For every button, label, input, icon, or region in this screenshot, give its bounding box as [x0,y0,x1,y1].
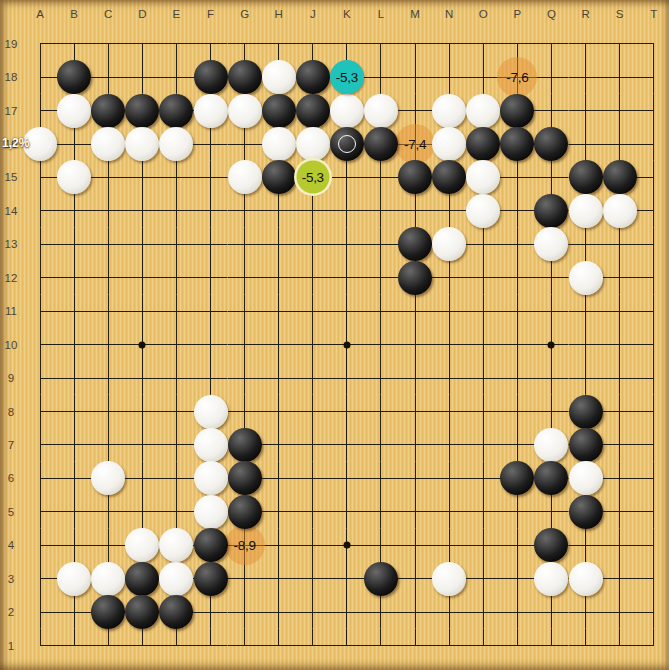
intersection-K3[interactable] [330,562,364,595]
intersection-T5[interactable] [637,495,669,528]
intersection-O19[interactable] [466,27,500,60]
intersection-T2[interactable] [637,595,669,628]
intersection-K15[interactable] [330,161,364,194]
intersection-D9[interactable] [125,361,159,394]
intersection-H18[interactable] [262,60,296,93]
intersection-R12[interactable] [569,261,603,294]
intersection-P8[interactable] [500,395,534,428]
intersection-J8[interactable] [296,395,330,428]
intersection-F2[interactable] [193,595,227,628]
intersection-G17[interactable] [228,94,262,127]
intersection-E8[interactable] [159,395,193,428]
intersection-B12[interactable] [57,261,91,294]
intersection-G6[interactable] [228,462,262,495]
intersection-B16[interactable] [57,127,91,160]
intersection-S17[interactable] [603,94,637,127]
intersection-Q9[interactable] [534,361,568,394]
intersection-D4[interactable] [125,529,159,562]
intersection-D13[interactable] [125,228,159,261]
intersection-M13[interactable] [398,228,432,261]
intersection-H8[interactable] [262,395,296,428]
intersection-O8[interactable] [466,395,500,428]
intersection-A17[interactable] [23,94,57,127]
intersection-L12[interactable] [364,261,398,294]
intersection-P11[interactable] [500,295,534,328]
intersection-G11[interactable] [228,295,262,328]
intersection-S1[interactable] [603,629,637,662]
intersection-A15[interactable] [23,161,57,194]
intersection-Q2[interactable] [534,595,568,628]
intersection-B4[interactable] [57,529,91,562]
intersection-A4[interactable] [23,529,57,562]
intersection-N3[interactable] [432,562,466,595]
intersection-E9[interactable] [159,361,193,394]
intersection-N18[interactable] [432,60,466,93]
intersection-K9[interactable] [330,361,364,394]
intersection-J19[interactable] [296,27,330,60]
intersection-G16[interactable] [228,127,262,160]
intersection-G4[interactable]: -8,9 [228,529,262,562]
intersection-S3[interactable] [603,562,637,595]
intersection-T19[interactable] [637,27,669,60]
intersection-J6[interactable] [296,462,330,495]
intersection-O13[interactable] [466,228,500,261]
intersection-Q12[interactable] [534,261,568,294]
intersection-L11[interactable] [364,295,398,328]
intersection-T16[interactable] [637,127,669,160]
intersection-H9[interactable] [262,361,296,394]
intersection-B7[interactable] [57,428,91,461]
intersection-J3[interactable] [296,562,330,595]
intersection-C17[interactable] [91,94,125,127]
intersection-T18[interactable] [637,60,669,93]
intersection-P6[interactable] [500,462,534,495]
intersection-O1[interactable] [466,629,500,662]
intersection-O6[interactable] [466,462,500,495]
intersection-C12[interactable] [91,261,125,294]
intersection-L5[interactable] [364,495,398,528]
intersection-F15[interactable] [193,161,227,194]
intersection-F18[interactable] [193,60,227,93]
intersection-G3[interactable] [228,562,262,595]
intersection-G14[interactable] [228,194,262,227]
intersection-P14[interactable] [500,194,534,227]
intersection-A14[interactable] [23,194,57,227]
intersection-R3[interactable] [569,562,603,595]
intersection-A3[interactable] [23,562,57,595]
intersection-R8[interactable] [569,395,603,428]
intersection-Q18[interactable] [534,60,568,93]
intersection-K4[interactable] [330,529,364,562]
intersection-H3[interactable] [262,562,296,595]
intersection-T4[interactable] [637,529,669,562]
intersection-M5[interactable] [398,495,432,528]
intersection-Q19[interactable] [534,27,568,60]
intersection-C7[interactable] [91,428,125,461]
intersection-K17[interactable] [330,94,364,127]
intersection-L2[interactable] [364,595,398,628]
intersection-T9[interactable] [637,361,669,394]
candidate-move-M16[interactable]: -7,4 [395,124,435,164]
intersection-B13[interactable] [57,228,91,261]
intersection-K7[interactable] [330,428,364,461]
intersection-K1[interactable] [330,629,364,662]
intersection-J12[interactable] [296,261,330,294]
intersection-J15[interactable]: -5,3 [296,161,330,194]
intersection-M4[interactable] [398,529,432,562]
intersection-R13[interactable] [569,228,603,261]
intersection-D6[interactable] [125,462,159,495]
intersection-J14[interactable] [296,194,330,227]
intersection-R7[interactable] [569,428,603,461]
intersection-S14[interactable] [603,194,637,227]
intersection-E13[interactable] [159,228,193,261]
intersection-J16[interactable] [296,127,330,160]
intersection-Q1[interactable] [534,629,568,662]
intersection-N19[interactable] [432,27,466,60]
intersection-P13[interactable] [500,228,534,261]
intersection-S18[interactable] [603,60,637,93]
intersection-D3[interactable] [125,562,159,595]
intersection-P7[interactable] [500,428,534,461]
intersection-K18[interactable]: -5,3 [330,60,364,93]
intersection-R1[interactable] [569,629,603,662]
intersection-N14[interactable] [432,194,466,227]
intersection-R11[interactable] [569,295,603,328]
intersection-D14[interactable] [125,194,159,227]
intersection-P9[interactable] [500,361,534,394]
intersection-C11[interactable] [91,295,125,328]
intersection-D1[interactable] [125,629,159,662]
intersection-O10[interactable] [466,328,500,361]
intersection-J4[interactable] [296,529,330,562]
intersection-R10[interactable] [569,328,603,361]
intersection-M12[interactable] [398,261,432,294]
intersection-Q17[interactable] [534,94,568,127]
intersection-C18[interactable] [91,60,125,93]
intersection-S5[interactable] [603,495,637,528]
intersection-S13[interactable] [603,228,637,261]
intersection-O11[interactable] [466,295,500,328]
intersection-Q4[interactable] [534,529,568,562]
intersection-G19[interactable] [228,27,262,60]
intersection-L16[interactable] [364,127,398,160]
intersection-P3[interactable] [500,562,534,595]
intersection-E5[interactable] [159,495,193,528]
intersection-S8[interactable] [603,395,637,428]
intersection-L1[interactable] [364,629,398,662]
intersection-M14[interactable] [398,194,432,227]
intersection-B8[interactable] [57,395,91,428]
intersection-H11[interactable] [262,295,296,328]
intersection-N4[interactable] [432,529,466,562]
intersection-O9[interactable] [466,361,500,394]
intersection-R5[interactable] [569,495,603,528]
intersection-C19[interactable] [91,27,125,60]
intersection-G13[interactable] [228,228,262,261]
intersection-O17[interactable] [466,94,500,127]
intersection-H10[interactable] [262,328,296,361]
intersection-T13[interactable] [637,228,669,261]
intersection-T14[interactable] [637,194,669,227]
intersection-Q7[interactable] [534,428,568,461]
candidate-move-J15[interactable]: -5,3 [296,161,329,194]
intersection-E4[interactable] [159,529,193,562]
intersection-B9[interactable] [57,361,91,394]
intersection-P18[interactable]: -7,6 [500,60,534,93]
candidate-move-G4[interactable]: -8,9 [225,525,265,565]
intersection-S16[interactable] [603,127,637,160]
intersection-N15[interactable] [432,161,466,194]
intersection-L18[interactable] [364,60,398,93]
intersection-S6[interactable] [603,462,637,495]
intersection-B10[interactable] [57,328,91,361]
intersection-M7[interactable] [398,428,432,461]
intersection-S4[interactable] [603,529,637,562]
intersection-G9[interactable] [228,361,262,394]
intersection-P16[interactable] [500,127,534,160]
intersection-C9[interactable] [91,361,125,394]
intersection-H19[interactable] [262,27,296,60]
intersection-A1[interactable] [23,629,57,662]
intersection-M16[interactable]: -7,4 [398,127,432,160]
intersection-K14[interactable] [330,194,364,227]
intersection-Q10[interactable] [534,328,568,361]
intersection-Q8[interactable] [534,395,568,428]
intersection-F7[interactable] [193,428,227,461]
intersection-M1[interactable] [398,629,432,662]
intersection-B5[interactable] [57,495,91,528]
intersection-T12[interactable] [637,261,669,294]
intersection-N13[interactable] [432,228,466,261]
intersection-M8[interactable] [398,395,432,428]
intersection-Q14[interactable] [534,194,568,227]
intersection-R6[interactable] [569,462,603,495]
intersection-R18[interactable] [569,60,603,93]
intersection-H16[interactable] [262,127,296,160]
intersection-K6[interactable] [330,462,364,495]
intersection-B3[interactable] [57,562,91,595]
intersection-C15[interactable] [91,161,125,194]
candidate-move-P18[interactable]: -7,6 [497,57,537,97]
intersection-D16[interactable] [125,127,159,160]
intersection-G18[interactable] [228,60,262,93]
intersection-T17[interactable] [637,94,669,127]
intersection-F6[interactable] [193,462,227,495]
intersection-H2[interactable] [262,595,296,628]
intersection-C4[interactable] [91,529,125,562]
intersection-B17[interactable] [57,94,91,127]
intersection-F1[interactable] [193,629,227,662]
intersection-B6[interactable] [57,462,91,495]
intersection-T10[interactable] [637,328,669,361]
intersection-R4[interactable] [569,529,603,562]
intersection-K2[interactable] [330,595,364,628]
intersection-E1[interactable] [159,629,193,662]
intersection-P15[interactable] [500,161,534,194]
intersection-J5[interactable] [296,495,330,528]
intersection-F16[interactable] [193,127,227,160]
intersection-J18[interactable] [296,60,330,93]
intersection-G5[interactable] [228,495,262,528]
intersection-K12[interactable] [330,261,364,294]
intersection-A12[interactable] [23,261,57,294]
intersection-L10[interactable] [364,328,398,361]
intersection-N7[interactable] [432,428,466,461]
intersection-G12[interactable] [228,261,262,294]
intersection-C14[interactable] [91,194,125,227]
intersection-F8[interactable] [193,395,227,428]
intersection-D10[interactable] [125,328,159,361]
intersection-C6[interactable] [91,462,125,495]
intersection-D2[interactable] [125,595,159,628]
intersection-M9[interactable] [398,361,432,394]
intersection-T3[interactable] [637,562,669,595]
intersection-O18[interactable] [466,60,500,93]
intersection-Q11[interactable] [534,295,568,328]
intersection-B19[interactable] [57,27,91,60]
intersection-L8[interactable] [364,395,398,428]
intersection-A2[interactable] [23,595,57,628]
intersection-E6[interactable] [159,462,193,495]
intersection-F17[interactable] [193,94,227,127]
intersection-M10[interactable] [398,328,432,361]
intersection-L14[interactable] [364,194,398,227]
intersection-M11[interactable] [398,295,432,328]
intersection-N17[interactable] [432,94,466,127]
intersection-H5[interactable] [262,495,296,528]
intersection-L3[interactable] [364,562,398,595]
intersection-S12[interactable] [603,261,637,294]
intersection-M19[interactable] [398,27,432,60]
intersection-J13[interactable] [296,228,330,261]
intersection-T11[interactable] [637,295,669,328]
intersection-B18[interactable] [57,60,91,93]
intersection-O3[interactable] [466,562,500,595]
intersection-F5[interactable] [193,495,227,528]
intersection-F10[interactable] [193,328,227,361]
intersection-F19[interactable] [193,27,227,60]
intersection-N12[interactable] [432,261,466,294]
intersection-D15[interactable] [125,161,159,194]
intersection-A13[interactable] [23,228,57,261]
intersection-R9[interactable] [569,361,603,394]
intersection-E11[interactable] [159,295,193,328]
intersection-F3[interactable] [193,562,227,595]
intersection-Q15[interactable] [534,161,568,194]
intersection-Q16[interactable] [534,127,568,160]
intersection-G8[interactable] [228,395,262,428]
intersection-L19[interactable] [364,27,398,60]
intersection-F4[interactable] [193,529,227,562]
intersection-H13[interactable] [262,228,296,261]
intersection-A11[interactable] [23,295,57,328]
intersection-N5[interactable] [432,495,466,528]
intersection-J7[interactable] [296,428,330,461]
intersection-O14[interactable] [466,194,500,227]
intersection-D7[interactable] [125,428,159,461]
intersection-D19[interactable] [125,27,159,60]
intersection-H7[interactable] [262,428,296,461]
intersection-M18[interactable] [398,60,432,93]
intersection-T1[interactable] [637,629,669,662]
intersection-A19[interactable] [23,27,57,60]
intersection-A10[interactable] [23,328,57,361]
intersection-E19[interactable] [159,27,193,60]
intersection-D18[interactable] [125,60,159,93]
intersection-Q13[interactable] [534,228,568,261]
intersection-H1[interactable] [262,629,296,662]
intersection-D12[interactable] [125,261,159,294]
intersection-P2[interactable] [500,595,534,628]
intersection-E14[interactable] [159,194,193,227]
intersection-N16[interactable] [432,127,466,160]
intersection-E10[interactable] [159,328,193,361]
intersection-Q5[interactable] [534,495,568,528]
intersection-D17[interactable] [125,94,159,127]
intersection-N1[interactable] [432,629,466,662]
intersection-B1[interactable] [57,629,91,662]
intersection-B2[interactable] [57,595,91,628]
intersection-O4[interactable] [466,529,500,562]
intersection-C1[interactable] [91,629,125,662]
intersection-D5[interactable] [125,495,159,528]
intersection-P4[interactable] [500,529,534,562]
intersection-A9[interactable] [23,361,57,394]
intersection-C13[interactable] [91,228,125,261]
intersection-H15[interactable] [262,161,296,194]
intersection-J1[interactable] [296,629,330,662]
intersection-Q6[interactable] [534,462,568,495]
intersection-S10[interactable] [603,328,637,361]
intersection-R2[interactable] [569,595,603,628]
intersection-E7[interactable] [159,428,193,461]
intersection-N2[interactable] [432,595,466,628]
intersection-C3[interactable] [91,562,125,595]
intersection-R14[interactable] [569,194,603,227]
intersection-H6[interactable] [262,462,296,495]
intersection-L9[interactable] [364,361,398,394]
intersection-M15[interactable] [398,161,432,194]
intersection-N6[interactable] [432,462,466,495]
intersection-C2[interactable] [91,595,125,628]
intersection-T6[interactable] [637,462,669,495]
intersection-C10[interactable] [91,328,125,361]
intersection-N8[interactable] [432,395,466,428]
candidate-move-K18[interactable]: -5,3 [330,60,364,94]
intersection-L4[interactable] [364,529,398,562]
intersection-P12[interactable] [500,261,534,294]
intersection-R19[interactable] [569,27,603,60]
intersection-O5[interactable] [466,495,500,528]
intersection-B15[interactable] [57,161,91,194]
intersection-C8[interactable] [91,395,125,428]
intersection-S15[interactable] [603,161,637,194]
intersection-B14[interactable] [57,194,91,227]
intersection-A7[interactable] [23,428,57,461]
intersection-T7[interactable] [637,428,669,461]
intersection-T15[interactable] [637,161,669,194]
intersection-E16[interactable] [159,127,193,160]
intersection-K13[interactable] [330,228,364,261]
intersection-F11[interactable] [193,295,227,328]
intersection-F12[interactable] [193,261,227,294]
intersection-E15[interactable] [159,161,193,194]
intersection-K11[interactable] [330,295,364,328]
intersection-G1[interactable] [228,629,262,662]
intersection-E18[interactable] [159,60,193,93]
intersection-N9[interactable] [432,361,466,394]
